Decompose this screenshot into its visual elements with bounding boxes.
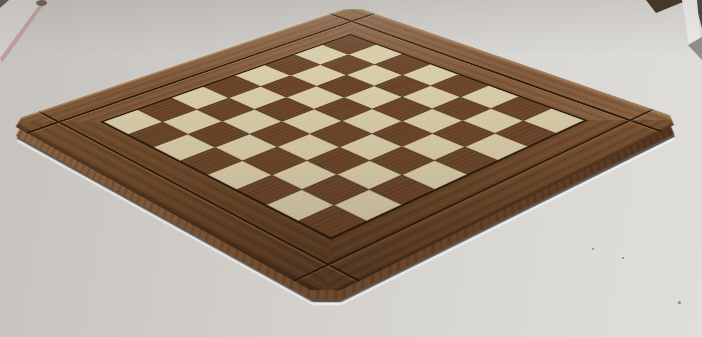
- board-top-face: [7, 6, 684, 298]
- photo-scene: [0, 0, 702, 337]
- chessboard: [0, 0, 702, 337]
